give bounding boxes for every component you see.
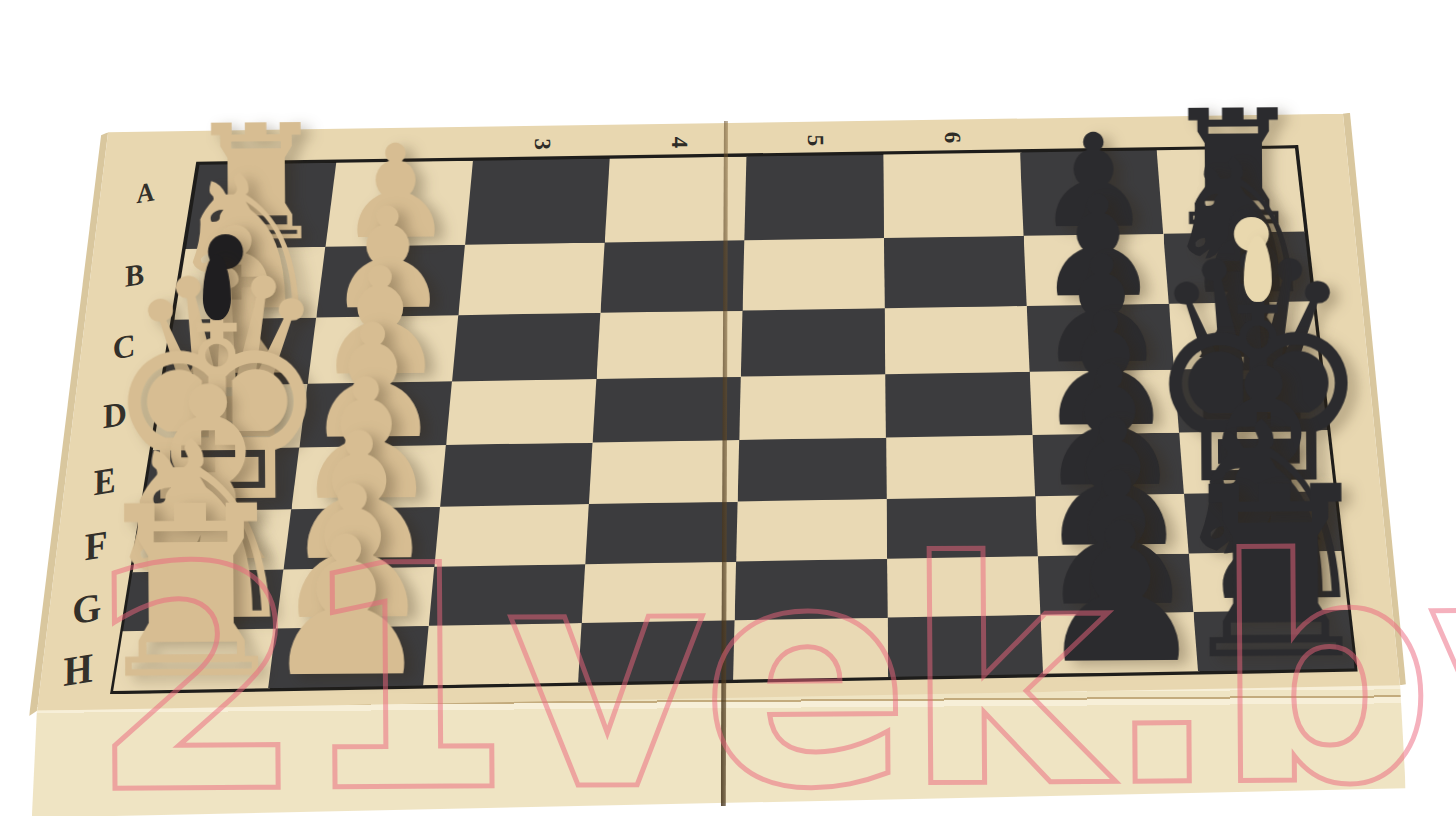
rank-label-6: 6	[939, 132, 965, 144]
rank-label-4: 4	[666, 136, 692, 148]
rank-label-5: 5	[802, 134, 828, 146]
square-d3	[445, 379, 598, 447]
square-e5	[737, 437, 888, 503]
chess-set-photo: ABCDEFGH3456♜♞♝♛♚♝♞♜♟♟♟♟♟♟♟♟♟♟♟♟♟♟♟♟♜♞♝♛…	[0, 0, 1456, 816]
square-d4	[592, 377, 743, 444]
rank-label-3: 3	[529, 138, 555, 150]
square-e4	[588, 440, 741, 506]
square-a6	[883, 152, 1025, 239]
square-c6	[885, 306, 1032, 376]
square-b3	[458, 242, 607, 316]
square-c3	[451, 313, 602, 383]
square-a3	[464, 159, 612, 247]
square-e6	[886, 435, 1037, 501]
square-b5	[742, 238, 886, 312]
chess-board: ABCDEFGH3456♜♞♝♛♚♝♞♜♟♟♟♟♟♟♟♟♟♟♟♟♟♟♟♟♜♞♝♛…	[0, 0, 1453, 5]
square-a5	[744, 154, 886, 241]
watermark: 21vek.by	[89, 492, 1456, 816]
square-c5	[740, 308, 887, 378]
square-b6	[884, 236, 1028, 310]
square-d6	[885, 372, 1034, 439]
square-d5	[739, 374, 888, 441]
square-c4	[596, 311, 745, 381]
